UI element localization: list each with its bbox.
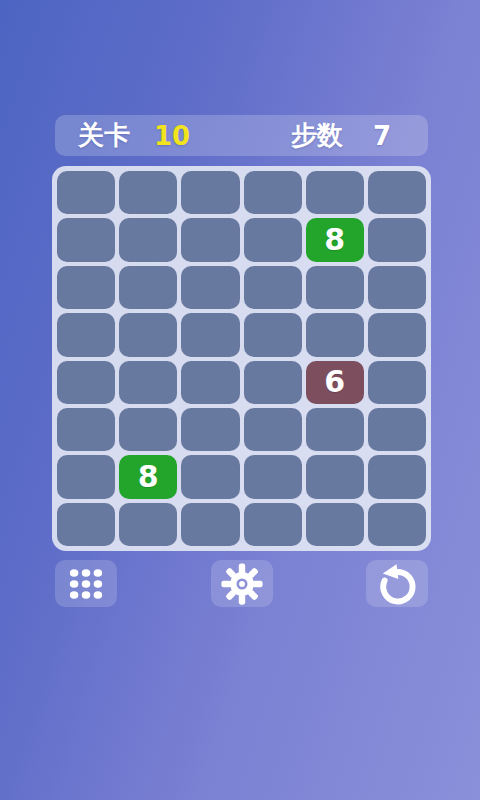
board-cell[interactable] [368,313,426,356]
board-cell[interactable] [57,503,115,546]
gear-icon [219,562,265,606]
board-cell[interactable] [181,218,239,261]
board-cell[interactable] [181,313,239,356]
board-cell[interactable] [244,408,302,451]
board-cell[interactable] [181,171,239,214]
grid-dots-icon [67,567,105,601]
board-cell[interactable] [244,503,302,546]
board-cell[interactable] [57,171,115,214]
board-cell[interactable] [244,266,302,309]
puzzle-board-grid: 868 [57,171,426,546]
board-cell[interactable] [368,171,426,214]
board-cell[interactable] [368,266,426,309]
board-cell[interactable] [119,218,177,261]
board-cell[interactable] [244,313,302,356]
board-cell[interactable] [244,361,302,404]
board-cell[interactable] [119,171,177,214]
board-cell-number[interactable]: 8 [306,218,364,261]
level-value: 10 [154,121,190,151]
board-cell[interactable] [181,266,239,309]
board-cell[interactable] [306,503,364,546]
settings-button[interactable] [211,560,273,607]
board-cell[interactable] [368,408,426,451]
board-cell[interactable] [368,503,426,546]
board-cell[interactable] [57,266,115,309]
puzzle-board: 868 [52,166,431,551]
board-cell[interactable] [119,503,177,546]
board-cell[interactable] [368,455,426,498]
board-cell-number[interactable]: 8 [119,455,177,498]
board-cell[interactable] [244,455,302,498]
board-cell-number[interactable]: 6 [306,361,364,404]
board-cell[interactable] [57,455,115,498]
board-cell[interactable] [181,408,239,451]
level-label: 关卡 [78,118,130,153]
board-cell[interactable] [57,218,115,261]
board-cell[interactable] [306,171,364,214]
steps-label: 步数 [291,118,343,153]
board-cell[interactable] [368,361,426,404]
board-cell[interactable] [119,361,177,404]
board-cell[interactable] [181,455,239,498]
board-cell[interactable] [119,266,177,309]
board-cell[interactable] [306,266,364,309]
board-cell[interactable] [119,408,177,451]
board-cell[interactable] [119,313,177,356]
toolbar [55,560,428,607]
board-cell[interactable] [244,171,302,214]
board-cell[interactable] [181,503,239,546]
steps-value: 7 [373,121,391,151]
board-cell[interactable] [57,361,115,404]
restart-button[interactable] [366,560,428,607]
board-cell[interactable] [57,313,115,356]
board-cell[interactable] [306,313,364,356]
board-cell[interactable] [306,408,364,451]
game-screen: 关卡 10 步数 7 868 [0,0,480,800]
board-cell[interactable] [181,361,239,404]
board-cell[interactable] [306,455,364,498]
hud-bar: 关卡 10 步数 7 [55,115,428,156]
restart-icon [375,562,419,606]
board-cell[interactable] [244,218,302,261]
levels-button[interactable] [55,560,117,607]
board-cell[interactable] [57,408,115,451]
board-cell[interactable] [368,218,426,261]
